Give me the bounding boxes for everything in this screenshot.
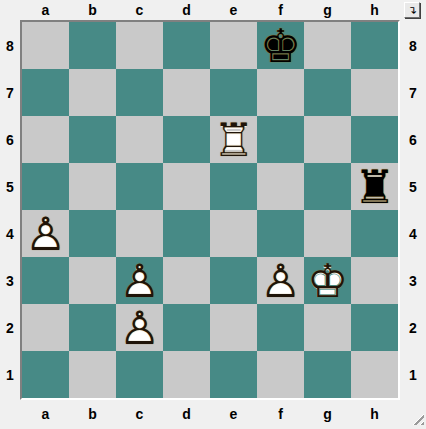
rank-label-4: 4 (400, 210, 426, 257)
square-c2[interactable]: ♟♙ (116, 304, 163, 351)
square-f7[interactable] (257, 69, 304, 116)
square-e7[interactable] (210, 69, 257, 116)
square-h5[interactable]: ♜ (351, 163, 398, 210)
file-label-h: h (351, 402, 398, 426)
white-pawn[interactable]: ♟♙ (116, 257, 163, 304)
square-b4[interactable] (69, 210, 116, 257)
square-g4[interactable] (304, 210, 351, 257)
file-label-b: b (69, 402, 116, 426)
square-a1[interactable] (22, 351, 69, 398)
square-e4[interactable] (210, 210, 257, 257)
square-c4[interactable] (116, 210, 163, 257)
rank-label-8: 8 (0, 22, 20, 69)
square-d8[interactable] (163, 22, 210, 69)
square-d5[interactable] (163, 163, 210, 210)
square-e1[interactable] (210, 351, 257, 398)
square-h3[interactable] (351, 257, 398, 304)
resize-grip[interactable] (411, 412, 424, 425)
file-label-c: c (116, 0, 163, 20)
file-label-f: f (257, 0, 304, 20)
square-g7[interactable] (304, 69, 351, 116)
piece-outline-glyph: ♙ (116, 304, 163, 351)
white-king[interactable]: ♚♔ (304, 257, 351, 304)
chess-app-window: abcdefgh 87654321 ♚♜♖♜♟♙♟♙♟♙♚♔♟♙ 8765432… (0, 0, 426, 429)
square-c8[interactable] (116, 22, 163, 69)
file-label-a: a (22, 0, 69, 20)
square-f3[interactable]: ♟♙ (257, 257, 304, 304)
square-g2[interactable] (304, 304, 351, 351)
file-label-b: b (69, 0, 116, 20)
rank-label-6: 6 (0, 116, 20, 163)
rank-label-4: 4 (0, 210, 20, 257)
square-e5[interactable] (210, 163, 257, 210)
white-pawn[interactable]: ♟♙ (116, 304, 163, 351)
square-a5[interactable] (22, 163, 69, 210)
square-f2[interactable] (257, 304, 304, 351)
piece-outline-glyph: ♖ (210, 116, 257, 163)
rank-label-1: 1 (0, 351, 20, 398)
rank-label-8: 8 (400, 22, 426, 69)
rank-label-2: 2 (0, 304, 20, 351)
square-e3[interactable] (210, 257, 257, 304)
square-f4[interactable] (257, 210, 304, 257)
square-h2[interactable] (351, 304, 398, 351)
piece-outline-glyph: ♙ (22, 210, 69, 257)
white-pawn[interactable]: ♟♙ (22, 210, 69, 257)
rank-label-6: 6 (400, 116, 426, 163)
piece-outline-glyph: ♔ (304, 257, 351, 304)
square-c6[interactable] (116, 116, 163, 163)
square-c5[interactable] (116, 163, 163, 210)
square-d6[interactable] (163, 116, 210, 163)
square-g5[interactable] (304, 163, 351, 210)
file-label-e: e (210, 0, 257, 20)
file-label-g: g (304, 0, 351, 20)
square-h1[interactable] (351, 351, 398, 398)
file-label-d: d (163, 402, 210, 426)
square-a7[interactable] (22, 69, 69, 116)
square-b7[interactable] (69, 69, 116, 116)
rank-label-5: 5 (400, 163, 426, 210)
rank-label-7: 7 (0, 69, 20, 116)
square-d2[interactable] (163, 304, 210, 351)
square-e8[interactable] (210, 22, 257, 69)
square-g3[interactable]: ♚♔ (304, 257, 351, 304)
square-f5[interactable] (257, 163, 304, 210)
square-a3[interactable] (22, 257, 69, 304)
square-c1[interactable] (116, 351, 163, 398)
square-b8[interactable] (69, 22, 116, 69)
file-label-c: c (116, 402, 163, 426)
square-e6[interactable]: ♜♖ (210, 116, 257, 163)
square-c7[interactable] (116, 69, 163, 116)
piece-glyph: ♚ (257, 22, 304, 69)
square-d1[interactable] (163, 351, 210, 398)
file-labels-top: abcdefgh (22, 0, 398, 20)
file-label-g: g (304, 402, 351, 426)
white-pawn[interactable]: ♟♙ (257, 257, 304, 304)
file-label-d: d (163, 0, 210, 20)
square-g8[interactable] (304, 22, 351, 69)
square-b3[interactable] (69, 257, 116, 304)
flip-arrow-icon: ↴ (407, 5, 416, 16)
file-label-f: f (257, 402, 304, 426)
file-label-e: e (210, 402, 257, 426)
file-label-h: h (351, 0, 398, 20)
square-d4[interactable] (163, 210, 210, 257)
rank-label-3: 3 (0, 257, 20, 304)
square-b2[interactable] (69, 304, 116, 351)
square-f1[interactable] (257, 351, 304, 398)
piece-outline-glyph: ♙ (257, 257, 304, 304)
square-a8[interactable] (22, 22, 69, 69)
square-d7[interactable] (163, 69, 210, 116)
square-h4[interactable] (351, 210, 398, 257)
file-labels-bottom: abcdefgh (22, 402, 398, 426)
black-rook[interactable]: ♜ (351, 163, 398, 210)
chess-board: ♚♜♖♜♟♙♟♙♟♙♚♔♟♙ (22, 22, 398, 398)
rank-label-5: 5 (0, 163, 20, 210)
rank-labels-right: 87654321 (400, 22, 426, 398)
black-king[interactable]: ♚ (257, 22, 304, 69)
white-rook[interactable]: ♜♖ (210, 116, 257, 163)
square-a6[interactable] (22, 116, 69, 163)
file-label-a: a (22, 402, 69, 426)
board-frame: ♚♜♖♜♟♙♟♙♟♙♚♔♟♙ (20, 20, 400, 400)
square-a2[interactable] (22, 304, 69, 351)
square-a4[interactable]: ♟♙ (22, 210, 69, 257)
flip-board-button[interactable]: ↴ (404, 2, 420, 18)
rank-label-2: 2 (400, 304, 426, 351)
piece-glyph: ♜ (351, 163, 398, 210)
square-h8[interactable] (351, 22, 398, 69)
square-h6[interactable] (351, 116, 398, 163)
square-d3[interactable] (163, 257, 210, 304)
square-c3[interactable]: ♟♙ (116, 257, 163, 304)
square-e2[interactable] (210, 304, 257, 351)
square-g6[interactable] (304, 116, 351, 163)
piece-outline-glyph: ♙ (116, 257, 163, 304)
square-f8[interactable]: ♚ (257, 22, 304, 69)
square-f6[interactable] (257, 116, 304, 163)
rank-label-1: 1 (400, 351, 426, 398)
square-b1[interactable] (69, 351, 116, 398)
square-g1[interactable] (304, 351, 351, 398)
rank-labels-left: 87654321 (0, 22, 20, 398)
rank-label-7: 7 (400, 69, 426, 116)
square-b6[interactable] (69, 116, 116, 163)
rank-label-3: 3 (400, 257, 426, 304)
square-b5[interactable] (69, 163, 116, 210)
square-h7[interactable] (351, 69, 398, 116)
